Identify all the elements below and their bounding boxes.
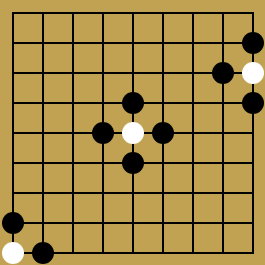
black-stone-E6[interactable] bbox=[122, 92, 144, 114]
black-stone-H7[interactable] bbox=[212, 62, 234, 84]
white-stone-J7[interactable] bbox=[242, 62, 264, 84]
black-stone-J8[interactable] bbox=[242, 32, 264, 54]
black-stone-A2[interactable] bbox=[2, 212, 24, 234]
black-stone-D5[interactable] bbox=[92, 122, 114, 144]
black-stone-F5[interactable] bbox=[152, 122, 174, 144]
white-stone-E5[interactable] bbox=[122, 122, 144, 144]
go-board-grid[interactable] bbox=[12, 12, 254, 254]
black-stone-B1[interactable] bbox=[32, 242, 54, 264]
go-board[interactable] bbox=[0, 0, 265, 265]
black-stone-E4[interactable] bbox=[122, 152, 144, 174]
white-stone-A1[interactable] bbox=[2, 242, 24, 264]
black-stone-J6[interactable] bbox=[242, 92, 264, 114]
